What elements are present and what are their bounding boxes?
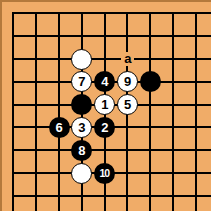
stone-white-move-5: 5 [117, 94, 138, 115]
stone-black-plain [71, 94, 92, 115]
stone-black-move-4: 4 [94, 71, 115, 92]
stone-white-move-3: 3 [71, 117, 92, 138]
stone-white-plain [71, 163, 92, 184]
stone-white-move-1: 1 [94, 94, 115, 115]
point-label-a: a [121, 52, 134, 66]
stone-white-move-7: 7 [71, 71, 92, 92]
stone-black-move-10: 10 [94, 163, 115, 184]
stone-black-plain [140, 71, 161, 92]
stone-black-move-8: 8 [71, 140, 92, 161]
go-diagram: a74915632810 [0, 0, 211, 211]
stone-white-plain [71, 49, 92, 70]
stone-black-move-2: 2 [94, 117, 115, 138]
board-grid: a74915632810 [2, 2, 208, 208]
stone-white-move-9: 9 [117, 71, 138, 92]
stone-black-move-6: 6 [49, 117, 70, 138]
